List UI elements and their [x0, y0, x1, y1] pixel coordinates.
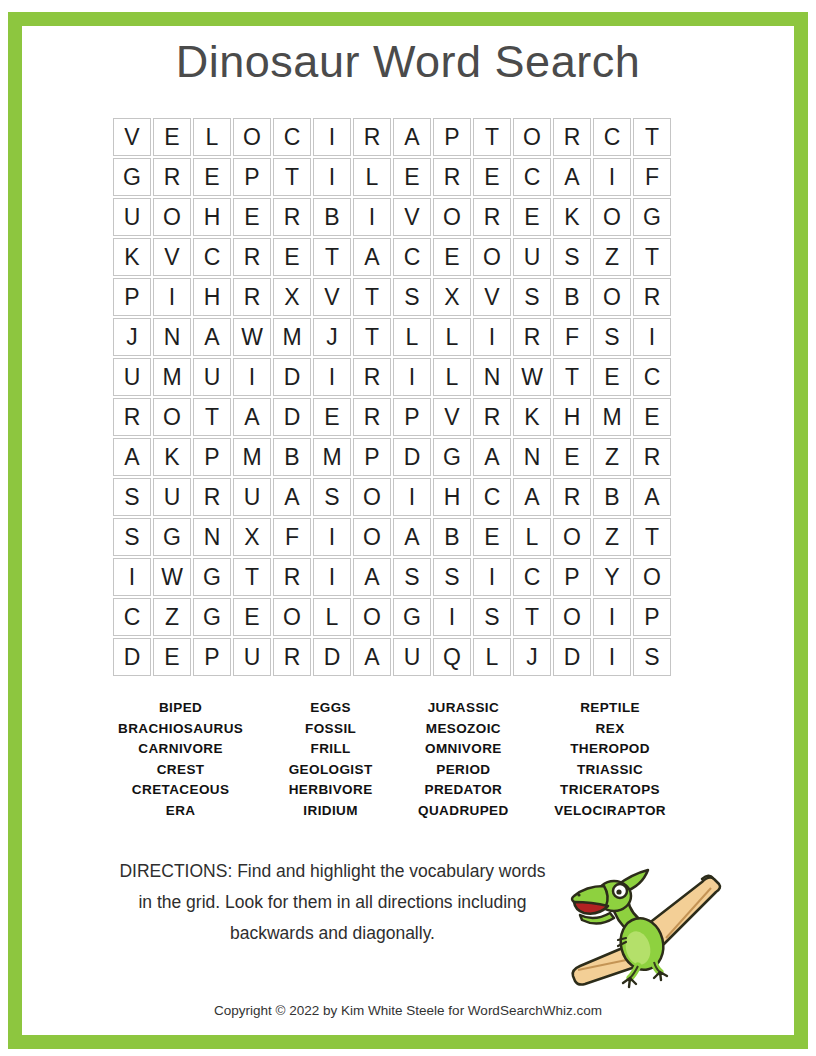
word-list-item: OMNIVORE: [425, 739, 502, 760]
grid-cell[interactable]: O: [593, 198, 631, 236]
grid-cell[interactable]: L: [353, 158, 391, 196]
grid-cell[interactable]: R: [353, 358, 391, 396]
grid-cell[interactable]: Z: [593, 438, 631, 476]
grid-cell[interactable]: K: [113, 238, 151, 276]
grid-cell[interactable]: P: [113, 278, 151, 316]
grid-cell[interactable]: E: [233, 598, 271, 636]
grid-cell[interactable]: R: [553, 478, 591, 516]
word-list-column: BIPEDBRACHIOSAURUSCARNIVORECRESTCRETACEO…: [118, 698, 243, 821]
word-list-item: PERIOD: [436, 760, 490, 781]
grid-cell[interactable]: I: [313, 558, 351, 596]
grid-cell[interactable]: S: [473, 598, 511, 636]
word-list-item: REX: [596, 719, 625, 740]
dino-foot: [654, 972, 667, 980]
word-list-item: VELOCIRAPTOR: [554, 801, 666, 822]
grid-cell[interactable]: U: [193, 358, 231, 396]
word-list-item: BRACHIOSAURUS: [118, 719, 243, 740]
grid-cell[interactable]: I: [593, 638, 631, 676]
grid-cell[interactable]: S: [113, 518, 151, 556]
grid-cell[interactable]: B: [433, 518, 471, 556]
copyright-text: Copyright © 2022 by Kim White Steele for…: [0, 1003, 816, 1018]
word-list-item: TRICERATOPS: [560, 780, 660, 801]
grid-cell[interactable]: A: [113, 438, 151, 476]
grid-cell[interactable]: G: [113, 158, 151, 196]
word-list-item: EGGS: [310, 698, 351, 719]
word-search-grid: VELOCIRAPTORCTGREPTILERECAIFUOHERBIVOREK…: [113, 118, 671, 676]
grid-cell[interactable]: U: [153, 478, 191, 516]
grid-cell[interactable]: N: [473, 358, 511, 396]
grid-cell[interactable]: S: [313, 478, 351, 516]
grid-cell[interactable]: F: [553, 318, 591, 356]
grid-cell[interactable]: E: [473, 518, 511, 556]
grid-cell[interactable]: R: [273, 198, 311, 236]
grid-cell[interactable]: O: [553, 598, 591, 636]
grid-cell[interactable]: W: [513, 358, 551, 396]
grid-cell[interactable]: Z: [593, 518, 631, 556]
grid-cell[interactable]: S: [593, 318, 631, 356]
grid-cell[interactable]: O: [473, 238, 511, 276]
grid-cell[interactable]: O: [353, 518, 391, 556]
grid-cell[interactable]: J: [313, 318, 351, 356]
word-list-column: REPTILEREXTHEROPODTRIASSICTRICERATOPSVEL…: [554, 698, 666, 821]
word-list-item: REPTILE: [580, 698, 640, 719]
grid-cell[interactable]: P: [633, 598, 671, 636]
grid-cell[interactable]: L: [433, 318, 471, 356]
grid-cell[interactable]: L: [473, 638, 511, 676]
grid-cell[interactable]: C: [513, 158, 551, 196]
grid-cell[interactable]: N: [193, 518, 231, 556]
grid-cell[interactable]: S: [433, 558, 471, 596]
grid-cell[interactable]: S: [553, 238, 591, 276]
grid-cell[interactable]: N: [513, 438, 551, 476]
grid-cell[interactable]: I: [393, 358, 431, 396]
grid-cell[interactable]: U: [233, 638, 271, 676]
grid-cell[interactable]: R: [633, 438, 671, 476]
grid-cell[interactable]: O: [553, 518, 591, 556]
grid-cell[interactable]: K: [513, 398, 551, 436]
grid-cell[interactable]: B: [313, 198, 351, 236]
grid-cell[interactable]: I: [233, 358, 271, 396]
grid-cell[interactable]: H: [433, 478, 471, 516]
grid-cell[interactable]: T: [513, 598, 551, 636]
grid-cell[interactable]: J: [513, 638, 551, 676]
grid-cell[interactable]: E: [433, 238, 471, 276]
grid-cell[interactable]: B: [593, 478, 631, 516]
grid-cell[interactable]: M: [593, 398, 631, 436]
grid-cell[interactable]: S: [393, 278, 431, 316]
grid-cell[interactable]: E: [233, 198, 271, 236]
word-list-item: THEROPOD: [570, 739, 650, 760]
grid-cell[interactable]: T: [193, 398, 231, 436]
grid-cell[interactable]: C: [473, 478, 511, 516]
grid-cell[interactable]: N: [153, 318, 191, 356]
grid-cell[interactable]: X: [273, 278, 311, 316]
grid-cell[interactable]: V: [113, 118, 151, 156]
grid-cell[interactable]: R: [513, 318, 551, 356]
grid-cell[interactable]: W: [153, 558, 191, 596]
grid-cell[interactable]: X: [233, 518, 271, 556]
grid-cell[interactable]: V: [313, 278, 351, 316]
grid-cell[interactable]: F: [273, 518, 311, 556]
grid-cell[interactable]: V: [393, 198, 431, 236]
grid-cell[interactable]: A: [273, 478, 311, 516]
grid-cell[interactable]: I: [313, 158, 351, 196]
grid-cell[interactable]: P: [353, 438, 391, 476]
page-title: Dinosaur Word Search: [0, 36, 816, 88]
directions-line: DIRECTIONS: Find and highlight the vocab…: [110, 856, 555, 887]
grid-cell[interactable]: J: [113, 318, 151, 356]
grid-cell[interactable]: A: [553, 158, 591, 196]
grid-cell[interactable]: G: [193, 558, 231, 596]
grid-cell[interactable]: O: [153, 198, 191, 236]
directions-text: DIRECTIONS: Find and highlight the vocab…: [110, 856, 555, 949]
grid-cell[interactable]: D: [273, 358, 311, 396]
grid-cell[interactable]: L: [313, 598, 351, 636]
grid-cell[interactable]: T: [473, 118, 511, 156]
grid-cell[interactable]: T: [633, 518, 671, 556]
grid-cell[interactable]: I: [353, 198, 391, 236]
directions-line: backwards and diagonally.: [110, 918, 555, 949]
word-list-item: FOSSIL: [305, 719, 356, 740]
grid-cell[interactable]: E: [193, 158, 231, 196]
grid-cell[interactable]: U: [113, 358, 151, 396]
grid-cell[interactable]: I: [593, 158, 631, 196]
grid-cell[interactable]: D: [553, 638, 591, 676]
grid-cell[interactable]: E: [593, 358, 631, 396]
word-list-column: JURASSICMESOZOICOMNIVOREPERIODPREDATORQU…: [418, 698, 509, 821]
grid-cell[interactable]: A: [233, 398, 271, 436]
grid-cell[interactable]: G: [193, 598, 231, 636]
grid-cell[interactable]: R: [473, 198, 511, 236]
grid-cell[interactable]: Y: [593, 558, 631, 596]
grid-cell[interactable]: R: [233, 238, 271, 276]
grid-cell[interactable]: V: [433, 398, 471, 436]
grid-cell[interactable]: U: [393, 638, 431, 676]
word-list-item: MESOZOIC: [426, 719, 501, 740]
grid-cell[interactable]: T: [313, 238, 351, 276]
word-list-item: JURASSIC: [428, 698, 499, 719]
dino-foot: [623, 978, 636, 987]
word-list-item: HERBIVORE: [289, 780, 373, 801]
dino-pupil: [616, 889, 621, 894]
grid-cell[interactable]: A: [513, 478, 551, 516]
grid-cell[interactable]: B: [553, 278, 591, 316]
grid-cell[interactable]: H: [193, 198, 231, 236]
grid-cell[interactable]: H: [193, 278, 231, 316]
grid-cell[interactable]: L: [393, 318, 431, 356]
grid-cell[interactable]: T: [553, 358, 591, 396]
grid-cell[interactable]: I: [633, 318, 671, 356]
word-list-item: BIPED: [159, 698, 202, 719]
grid-cell[interactable]: A: [393, 118, 431, 156]
dino-mouth: [574, 902, 608, 914]
grid-cell[interactable]: E: [513, 198, 551, 236]
grid-cell[interactable]: I: [593, 598, 631, 636]
grid-cell[interactable]: P: [193, 438, 231, 476]
word-list-item: CRETACEOUS: [132, 780, 230, 801]
grid-cell[interactable]: O: [513, 118, 551, 156]
grid-cell[interactable]: V: [473, 278, 511, 316]
grid-cell[interactable]: I: [113, 558, 151, 596]
grid-cell[interactable]: G: [153, 518, 191, 556]
grid-cell[interactable]: O: [153, 398, 191, 436]
grid-cell[interactable]: Q: [433, 638, 471, 676]
grid-cell[interactable]: C: [273, 118, 311, 156]
grid-cell[interactable]: C: [593, 118, 631, 156]
grid-cell[interactable]: V: [153, 238, 191, 276]
grid-cell[interactable]: A: [633, 478, 671, 516]
grid-cell[interactable]: D: [393, 438, 431, 476]
grid-cell[interactable]: X: [433, 278, 471, 316]
word-list-item: CREST: [157, 760, 205, 781]
grid-cell[interactable]: E: [273, 238, 311, 276]
grid-cell[interactable]: M: [153, 358, 191, 396]
grid-cell[interactable]: R: [353, 398, 391, 436]
grid-cell[interactable]: E: [473, 158, 511, 196]
grid-cell[interactable]: U: [113, 198, 151, 236]
grid-cell[interactable]: O: [593, 278, 631, 316]
word-list-item: PREDATOR: [425, 780, 503, 801]
grid-cell[interactable]: O: [353, 598, 391, 636]
grid-cell[interactable]: A: [353, 238, 391, 276]
grid-cell[interactable]: S: [113, 478, 151, 516]
grid-cell[interactable]: C: [513, 558, 551, 596]
grid-cell[interactable]: S: [393, 558, 431, 596]
dino-nostril: [577, 893, 580, 896]
grid-cell[interactable]: K: [153, 438, 191, 476]
grid-cell[interactable]: I: [433, 598, 471, 636]
grid-cell[interactable]: O: [233, 118, 271, 156]
grid-cell[interactable]: R: [273, 558, 311, 596]
grid-cell[interactable]: L: [513, 518, 551, 556]
grid-cell[interactable]: S: [513, 278, 551, 316]
grid-cell[interactable]: Z: [593, 238, 631, 276]
grid-cell[interactable]: U: [233, 478, 271, 516]
grid-cell[interactable]: R: [113, 398, 151, 436]
grid-cell[interactable]: E: [153, 638, 191, 676]
grid-cell[interactable]: R: [273, 638, 311, 676]
grid-cell[interactable]: R: [153, 158, 191, 196]
grid-cell[interactable]: I: [313, 358, 351, 396]
grid-cell[interactable]: C: [193, 238, 231, 276]
grid-cell[interactable]: E: [153, 118, 191, 156]
word-list-item: TRIASSIC: [577, 760, 643, 781]
grid-cell[interactable]: I: [313, 118, 351, 156]
grid-cell[interactable]: T: [633, 118, 671, 156]
grid-cell[interactable]: F: [633, 158, 671, 196]
grid-cell[interactable]: P: [433, 118, 471, 156]
grid-cell[interactable]: C: [633, 358, 671, 396]
grid-cell[interactable]: R: [353, 118, 391, 156]
grid-cell[interactable]: D: [273, 398, 311, 436]
grid-cell[interactable]: E: [553, 438, 591, 476]
grid-cell[interactable]: E: [313, 398, 351, 436]
grid-cell[interactable]: M: [313, 438, 351, 476]
grid-cell[interactable]: H: [553, 398, 591, 436]
grid-cell[interactable]: O: [433, 198, 471, 236]
grid-cell[interactable]: I: [313, 518, 351, 556]
grid-cell[interactable]: A: [353, 638, 391, 676]
grid-cell[interactable]: I: [473, 318, 511, 356]
grid-cell[interactable]: T: [353, 318, 391, 356]
grid-cell[interactable]: K: [553, 198, 591, 236]
grid-cell[interactable]: M: [233, 438, 271, 476]
word-list-item: GEOLOGIST: [289, 760, 373, 781]
grid-cell[interactable]: Z: [153, 598, 191, 636]
grid-cell[interactable]: R: [633, 278, 671, 316]
grid-cell[interactable]: T: [233, 558, 271, 596]
grid-cell[interactable]: A: [353, 558, 391, 596]
grid-cell[interactable]: I: [153, 278, 191, 316]
word-list-item: ERA: [166, 801, 196, 822]
grid-cell[interactable]: C: [113, 598, 151, 636]
grid-cell[interactable]: C: [393, 238, 431, 276]
grid-cell[interactable]: G: [393, 598, 431, 636]
grid-cell[interactable]: O: [633, 558, 671, 596]
grid-cell[interactable]: P: [393, 398, 431, 436]
grid-cell[interactable]: T: [633, 238, 671, 276]
grid-cell[interactable]: G: [633, 198, 671, 236]
grid-cell[interactable]: P: [553, 558, 591, 596]
grid-cell[interactable]: L: [193, 118, 231, 156]
word-list-item: CARNIVORE: [138, 739, 223, 760]
grid-cell[interactable]: P: [233, 158, 271, 196]
grid-cell[interactable]: B: [273, 438, 311, 476]
word-list-item: FRILL: [311, 739, 351, 760]
grid-cell[interactable]: O: [353, 478, 391, 516]
word-list-column: EGGSFOSSILFRILLGEOLOGISTHERBIVOREIRIDIUM: [289, 698, 373, 821]
grid-cell[interactable]: P: [193, 638, 231, 676]
grid-cell[interactable]: A: [473, 438, 511, 476]
grid-cell[interactable]: D: [313, 638, 351, 676]
word-list-item: IRIDIUM: [303, 801, 358, 822]
grid-cell[interactable]: I: [393, 478, 431, 516]
grid-cell[interactable]: S: [633, 638, 671, 676]
puzzle-page: Dinosaur Word Search VELOCIRAPTORCTGREPT…: [0, 0, 816, 1056]
grid-cell[interactable]: R: [433, 158, 471, 196]
grid-cell[interactable]: T: [273, 158, 311, 196]
grid-cell[interactable]: W: [233, 318, 271, 356]
grid-cell[interactable]: I: [473, 558, 511, 596]
word-list-item: QUADRUPED: [418, 801, 509, 822]
grid-cell[interactable]: E: [393, 158, 431, 196]
grid-cell[interactable]: R: [553, 118, 591, 156]
directions-line: in the grid. Look for them in all direct…: [110, 887, 555, 918]
grid-cell[interactable]: U: [513, 238, 551, 276]
grid-cell[interactable]: G: [433, 438, 471, 476]
dino-jaw: [580, 913, 614, 924]
pterodactyl-illustration: [556, 858, 752, 994]
grid-cell[interactable]: R: [193, 478, 231, 516]
grid-cell[interactable]: L: [433, 358, 471, 396]
grid-cell[interactable]: A: [393, 518, 431, 556]
grid-cell[interactable]: D: [113, 638, 151, 676]
grid-cell[interactable]: R: [233, 278, 271, 316]
grid-cell[interactable]: O: [273, 598, 311, 636]
grid-cell[interactable]: M: [273, 318, 311, 356]
grid-cell[interactable]: E: [633, 398, 671, 436]
grid-cell[interactable]: T: [353, 278, 391, 316]
grid-cell[interactable]: A: [193, 318, 231, 356]
grid-cell[interactable]: R: [473, 398, 511, 436]
word-list: BIPEDBRACHIOSAURUSCARNIVORECRESTCRETACEO…: [118, 698, 666, 821]
